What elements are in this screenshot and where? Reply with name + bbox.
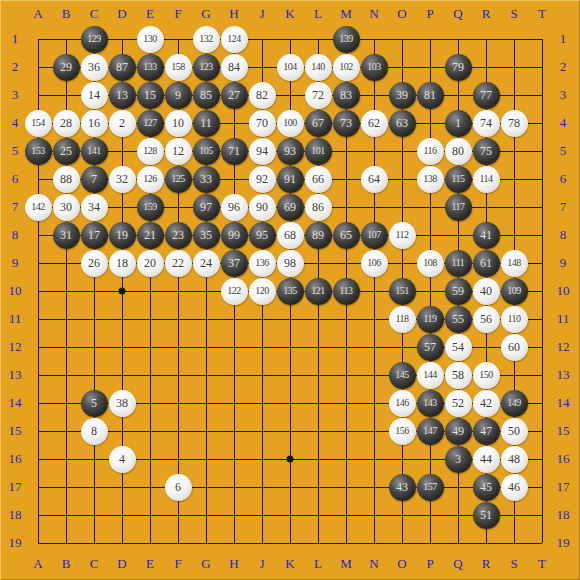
intersection-N6: 64	[360, 165, 388, 193]
black-stone-71: 71	[221, 138, 248, 165]
intersection-P6: 138	[416, 165, 444, 193]
move-number: 148	[507, 258, 521, 268]
intersection-A12	[24, 333, 52, 361]
intersection-G18	[192, 501, 220, 529]
intersection-E19	[136, 529, 164, 557]
move-number: 10	[172, 117, 184, 129]
intersection-D14: 38	[108, 389, 136, 417]
move-number: 27	[228, 89, 240, 101]
intersection-M6	[332, 165, 360, 193]
star-point	[119, 288, 126, 295]
intersection-D11	[108, 305, 136, 333]
intersection-J14	[248, 389, 276, 417]
intersection-L17	[304, 473, 332, 501]
move-number: 143	[423, 398, 437, 408]
move-number: 145	[395, 370, 409, 380]
move-number: 94	[256, 145, 268, 157]
intersection-K1	[276, 25, 304, 53]
intersection-L9	[304, 249, 332, 277]
intersection-E3: 15	[136, 81, 164, 109]
intersection-C9: 26	[80, 249, 108, 277]
intersection-A3	[24, 81, 52, 109]
intersection-H10: 122	[220, 277, 248, 305]
intersection-M19	[332, 529, 360, 557]
intersection-A19	[24, 529, 52, 557]
intersection-N1	[360, 25, 388, 53]
intersection-O15: 156	[388, 417, 416, 445]
black-stone-31: 31	[53, 222, 80, 249]
intersection-H19	[220, 529, 248, 557]
white-stone-16: 16	[81, 110, 108, 137]
intersection-C3: 14	[80, 81, 108, 109]
intersection-M10: 113	[332, 277, 360, 305]
intersection-R11: 56	[472, 305, 500, 333]
top-column-labels: ABCDEFGHJKLMNOPQRST	[24, 3, 556, 25]
intersection-H13	[220, 361, 248, 389]
intersection-K12	[276, 333, 304, 361]
intersection-J6: 92	[248, 165, 276, 193]
intersection-G4: 11	[192, 109, 220, 137]
white-stone-104: 104	[277, 54, 304, 81]
intersection-P16	[416, 445, 444, 473]
black-stone-45: 45	[473, 474, 500, 501]
intersection-B7: 30	[52, 193, 80, 221]
intersection-B5: 25	[52, 137, 80, 165]
white-stone-100: 100	[277, 110, 304, 137]
white-stone-84: 84	[221, 54, 248, 81]
black-stone-85: 85	[193, 82, 220, 109]
coordinate-label: S	[500, 3, 528, 25]
star-point	[287, 456, 294, 463]
move-number: 37	[228, 257, 240, 269]
intersection-C10	[80, 277, 108, 305]
intersection-R8: 41	[472, 221, 500, 249]
intersection-R18: 51	[472, 501, 500, 529]
intersection-O2	[388, 53, 416, 81]
intersection-G10	[192, 277, 220, 305]
intersection-J5: 94	[248, 137, 276, 165]
coordinate-label: R	[472, 3, 500, 25]
intersection-H6	[220, 165, 248, 193]
white-stone-58: 58	[445, 362, 472, 389]
black-stone-11: 11	[193, 110, 220, 137]
intersection-B19	[52, 529, 80, 557]
intersection-B12	[52, 333, 80, 361]
white-stone-32: 32	[109, 166, 136, 193]
white-stone-108: 108	[417, 250, 444, 277]
move-number: 68	[284, 229, 296, 241]
black-stone-121: 121	[305, 278, 332, 305]
intersection-O11: 118	[388, 305, 416, 333]
intersection-C4: 16	[80, 109, 108, 137]
white-stone-158: 158	[165, 54, 192, 81]
move-number: 13	[116, 89, 128, 101]
black-stone-61: 61	[473, 250, 500, 277]
move-number: 110	[507, 314, 520, 324]
move-number: 126	[143, 174, 157, 184]
move-number: 23	[172, 229, 184, 241]
intersection-N3	[360, 81, 388, 109]
white-stone-52: 52	[445, 390, 472, 417]
move-number: 135	[283, 286, 297, 296]
intersection-N4: 62	[360, 109, 388, 137]
move-number: 75	[480, 145, 492, 157]
intersection-T3	[528, 81, 556, 109]
black-stone-21: 21	[137, 222, 164, 249]
move-number: 34	[88, 201, 100, 213]
intersection-T4	[528, 109, 556, 137]
intersection-T11	[528, 305, 556, 333]
intersection-M17	[332, 473, 360, 501]
intersection-E17	[136, 473, 164, 501]
white-stone-154: 154	[25, 110, 52, 137]
intersection-P3: 81	[416, 81, 444, 109]
intersection-E15	[136, 417, 164, 445]
black-stone-3: 3	[445, 446, 472, 473]
intersection-T19	[528, 529, 556, 557]
move-number: 77	[480, 89, 492, 101]
intersection-M13	[332, 361, 360, 389]
black-stone-119: 119	[417, 306, 444, 333]
intersection-Q8	[444, 221, 472, 249]
intersection-Q3	[444, 81, 472, 109]
black-stone-51: 51	[473, 502, 500, 529]
intersection-E16	[136, 445, 164, 473]
move-number: 26	[88, 257, 100, 269]
intersection-Q13: 58	[444, 361, 472, 389]
white-stone-120: 120	[249, 278, 276, 305]
coordinate-label: D	[108, 3, 136, 25]
intersection-M5	[332, 137, 360, 165]
intersection-J11	[248, 305, 276, 333]
intersection-G7: 97	[192, 193, 220, 221]
move-number: 140	[311, 62, 325, 72]
move-number: 97	[200, 201, 212, 213]
move-number: 46	[508, 481, 520, 493]
move-number: 104	[283, 62, 297, 72]
move-number: 24	[200, 257, 212, 269]
move-number: 82	[256, 89, 268, 101]
intersection-T16	[528, 445, 556, 473]
move-number: 52	[452, 397, 464, 409]
intersection-B13	[52, 361, 80, 389]
intersection-T14	[528, 389, 556, 417]
move-number: 91	[284, 173, 296, 185]
move-number: 119	[423, 314, 436, 324]
intersection-D16: 4	[108, 445, 136, 473]
move-number: 38	[116, 397, 128, 409]
move-number: 103	[367, 62, 381, 72]
intersection-S17: 46	[500, 473, 528, 501]
black-stone-91: 91	[277, 166, 304, 193]
intersection-R3: 77	[472, 81, 500, 109]
intersection-R12	[472, 333, 500, 361]
move-number: 62	[368, 117, 380, 129]
black-stone-83: 83	[333, 82, 360, 109]
intersection-D19	[108, 529, 136, 557]
intersection-T10	[528, 277, 556, 305]
intersection-O7	[388, 193, 416, 221]
intersection-M2: 102	[332, 53, 360, 81]
move-number: 125	[171, 174, 185, 184]
intersection-G12	[192, 333, 220, 361]
intersection-P18	[416, 501, 444, 529]
move-number: 132	[199, 34, 213, 44]
intersection-D5	[108, 137, 136, 165]
intersection-O3: 39	[388, 81, 416, 109]
intersection-J13	[248, 361, 276, 389]
move-number: 64	[368, 173, 380, 185]
move-number: 42	[480, 397, 492, 409]
intersection-O1	[388, 25, 416, 53]
intersection-G8: 35	[192, 221, 220, 249]
intersection-G2: 123	[192, 53, 220, 81]
white-stone-28: 28	[53, 110, 80, 137]
intersection-P15: 147	[416, 417, 444, 445]
move-number: 80	[452, 145, 464, 157]
black-stone-37: 37	[221, 250, 248, 277]
move-number: 31	[60, 229, 72, 241]
move-number: 69	[284, 201, 296, 213]
intersection-F14	[164, 389, 192, 417]
intersection-O17: 43	[388, 473, 416, 501]
move-number: 81	[424, 89, 436, 101]
intersection-S11: 110	[500, 305, 528, 333]
move-number: 3	[455, 453, 461, 465]
intersection-A4: 154	[24, 109, 52, 137]
white-stone-94: 94	[249, 138, 276, 165]
move-number: 6	[175, 481, 181, 493]
move-number: 147	[423, 426, 437, 436]
intersection-P10	[416, 277, 444, 305]
black-stone-81: 81	[417, 82, 444, 109]
intersection-G5: 105	[192, 137, 220, 165]
coordinate-label: P	[416, 3, 444, 25]
move-number: 156	[395, 426, 409, 436]
white-stone-118: 118	[389, 306, 416, 333]
intersection-B2: 29	[52, 53, 80, 81]
coordinate-label: T	[528, 3, 556, 25]
black-stone-7: 7	[81, 166, 108, 193]
intersection-F2: 158	[164, 53, 192, 81]
black-stone-113: 113	[333, 278, 360, 305]
intersection-L11	[304, 305, 332, 333]
white-stone-38: 38	[109, 390, 136, 417]
intersection-E12	[136, 333, 164, 361]
intersection-T15	[528, 417, 556, 445]
intersection-Q14: 52	[444, 389, 472, 417]
intersection-L12	[304, 333, 332, 361]
intersection-J1	[248, 25, 276, 53]
black-stone-77: 77	[473, 82, 500, 109]
black-stone-149: 149	[501, 390, 528, 417]
black-stone-43: 43	[389, 474, 416, 501]
intersection-J18	[248, 501, 276, 529]
intersection-G3: 85	[192, 81, 220, 109]
intersection-L14	[304, 389, 332, 417]
black-stone-127: 127	[137, 110, 164, 137]
move-number: 102	[339, 62, 353, 72]
intersection-K5: 93	[276, 137, 304, 165]
intersection-O4: 63	[388, 109, 416, 137]
intersection-M11	[332, 305, 360, 333]
black-stone-141: 141	[81, 138, 108, 165]
move-number: 48	[508, 453, 520, 465]
white-stone-124: 124	[221, 26, 248, 53]
move-number: 107	[367, 230, 381, 240]
intersection-E6: 126	[136, 165, 164, 193]
intersection-R1	[472, 25, 500, 53]
intersection-D8: 19	[108, 221, 136, 249]
intersection-L13	[304, 361, 332, 389]
move-number: 12	[172, 145, 184, 157]
intersection-G14	[192, 389, 220, 417]
coordinate-label: Q	[444, 3, 472, 25]
board-grid: 1291301321241392936871331581238410414010…	[24, 25, 556, 557]
intersection-C16	[80, 445, 108, 473]
intersection-B14	[52, 389, 80, 417]
move-number: 90	[256, 201, 268, 213]
intersection-K2: 104	[276, 53, 304, 81]
move-number: 43	[396, 481, 408, 493]
intersection-M7	[332, 193, 360, 221]
move-number: 60	[508, 341, 520, 353]
move-number: 74	[480, 117, 492, 129]
intersection-L4: 67	[304, 109, 332, 137]
intersection-C19	[80, 529, 108, 557]
black-stone-5: 5	[81, 390, 108, 417]
move-number: 58	[452, 369, 464, 381]
move-number: 101	[311, 146, 325, 156]
intersection-R5: 75	[472, 137, 500, 165]
intersection-Q6: 115	[444, 165, 472, 193]
intersection-D9: 18	[108, 249, 136, 277]
white-stone-20: 20	[137, 250, 164, 277]
intersection-B10	[52, 277, 80, 305]
black-stone-117: 117	[445, 194, 472, 221]
intersection-E14	[136, 389, 164, 417]
intersection-S1	[500, 25, 528, 53]
black-stone-27: 27	[221, 82, 248, 109]
intersection-Q18	[444, 501, 472, 529]
intersection-J4: 70	[248, 109, 276, 137]
intersection-C7: 34	[80, 193, 108, 221]
move-number: 121	[311, 286, 325, 296]
white-stone-150: 150	[473, 362, 500, 389]
black-stone-75: 75	[473, 138, 500, 165]
move-number: 84	[228, 61, 240, 73]
move-number: 41	[480, 229, 492, 241]
intersection-S8	[500, 221, 528, 249]
white-stone-48: 48	[501, 446, 528, 473]
move-number: 70	[256, 117, 268, 129]
white-stone-142: 142	[25, 194, 52, 221]
intersection-H5: 71	[220, 137, 248, 165]
intersection-N7	[360, 193, 388, 221]
move-number: 33	[200, 173, 212, 185]
intersection-J9: 136	[248, 249, 276, 277]
white-stone-4: 4	[109, 446, 136, 473]
intersection-R10: 40	[472, 277, 500, 305]
black-stone-25: 25	[53, 138, 80, 165]
intersection-R14: 42	[472, 389, 500, 417]
intersection-B4: 28	[52, 109, 80, 137]
intersection-N13	[360, 361, 388, 389]
intersection-D13	[108, 361, 136, 389]
white-stone-96: 96	[221, 194, 248, 221]
move-number: 96	[228, 201, 240, 213]
black-stone-19: 19	[109, 222, 136, 249]
white-stone-62: 62	[361, 110, 388, 137]
intersection-H18	[220, 501, 248, 529]
white-stone-136: 136	[249, 250, 276, 277]
intersection-T6	[528, 165, 556, 193]
intersection-K10: 135	[276, 277, 304, 305]
intersection-Q10: 59	[444, 277, 472, 305]
intersection-F19	[164, 529, 192, 557]
white-stone-128: 128	[137, 138, 164, 165]
intersection-P11: 119	[416, 305, 444, 333]
black-stone-139: 139	[333, 26, 360, 53]
intersection-G15	[192, 417, 220, 445]
intersection-G1: 132	[192, 25, 220, 53]
black-stone-33: 33	[193, 166, 220, 193]
black-stone-99: 99	[221, 222, 248, 249]
white-stone-110: 110	[501, 306, 528, 333]
move-number: 116	[423, 146, 436, 156]
intersection-E5: 128	[136, 137, 164, 165]
black-stone-103: 103	[361, 54, 388, 81]
move-number: 95	[256, 229, 268, 241]
black-stone-63: 63	[389, 110, 416, 137]
black-stone-125: 125	[165, 166, 192, 193]
intersection-J19	[248, 529, 276, 557]
intersection-L8: 89	[304, 221, 332, 249]
intersection-P8	[416, 221, 444, 249]
move-number: 133	[143, 62, 157, 72]
black-stone-143: 143	[417, 390, 444, 417]
move-number: 128	[143, 146, 157, 156]
intersection-G11	[192, 305, 220, 333]
intersection-M4: 73	[332, 109, 360, 137]
white-stone-106: 106	[361, 250, 388, 277]
intersection-N15	[360, 417, 388, 445]
black-stone-55: 55	[445, 306, 472, 333]
move-number: 108	[423, 258, 437, 268]
move-number: 14	[88, 89, 100, 101]
move-number: 117	[451, 202, 464, 212]
white-stone-82: 82	[249, 82, 276, 109]
intersection-O10: 151	[388, 277, 416, 305]
black-stone-15: 15	[137, 82, 164, 109]
white-stone-10: 10	[165, 110, 192, 137]
move-number: 9	[175, 89, 181, 101]
intersection-H16	[220, 445, 248, 473]
black-stone-105: 105	[193, 138, 220, 165]
intersection-M12	[332, 333, 360, 361]
white-stone-114: 114	[473, 166, 500, 193]
intersection-P5: 116	[416, 137, 444, 165]
white-stone-78: 78	[501, 110, 528, 137]
black-stone-17: 17	[81, 222, 108, 249]
intersection-D1	[108, 25, 136, 53]
move-number: 4	[119, 453, 125, 465]
intersection-H11	[220, 305, 248, 333]
intersection-M15	[332, 417, 360, 445]
intersection-A1	[24, 25, 52, 53]
intersection-E1: 130	[136, 25, 164, 53]
move-number: 39	[396, 89, 408, 101]
